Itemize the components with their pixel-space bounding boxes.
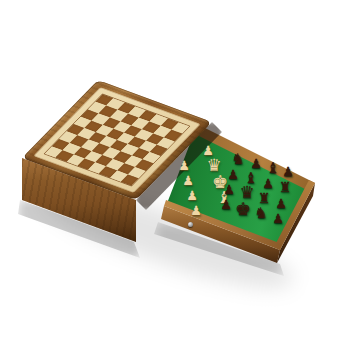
drawer-pin-knob	[188, 222, 193, 227]
chess-set-product-photo: ♟♟♟♟♟♛♚♝♞♟♝♟♟♝♟♜♟♛♜♟♟♚♞♟	[0, 0, 340, 340]
